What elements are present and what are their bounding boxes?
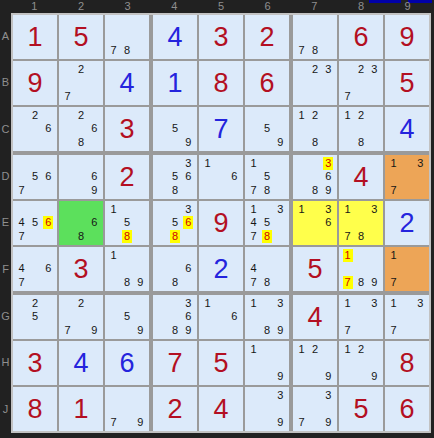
candidate-2[interactable]: 2	[312, 344, 318, 355]
candidate-slot-2	[354, 249, 367, 262]
candidate-1[interactable]: 1	[251, 298, 257, 309]
candidate-6[interactable]: 6	[45, 123, 51, 134]
candidate-1[interactable]: 1	[299, 344, 305, 355]
candidate-5[interactable]: 5	[264, 217, 270, 228]
candidate-slot-2	[74, 157, 87, 170]
given-digit: 5	[213, 350, 228, 377]
candidate-7-highlighted[interactable]: 7	[343, 276, 353, 289]
cell-H9[interactable]: 8	[385, 341, 429, 387]
candidate-6-highlighted[interactable]: 6	[183, 216, 193, 229]
candidate-3[interactable]: 3	[185, 298, 191, 309]
candidate-7[interactable]: 7	[251, 185, 257, 196]
candidate-slot-9: 9	[182, 136, 195, 149]
candidate-1[interactable]: 1	[251, 158, 257, 169]
candidate-7[interactable]: 7	[299, 417, 305, 428]
candidate-3[interactable]: 3	[417, 298, 423, 309]
cell-J1[interactable]: 8	[13, 387, 59, 431]
candidate-slot-7	[201, 324, 214, 337]
candidate-7[interactable]: 7	[391, 277, 397, 288]
candidate-slot-3	[88, 297, 101, 310]
candidate-slot-3	[134, 389, 147, 402]
candidate-7[interactable]: 7	[65, 325, 71, 336]
cell-E5[interactable]: 9	[199, 201, 245, 247]
candidate-slot-8: 8	[120, 230, 133, 243]
cell-F4[interactable]: 68	[153, 247, 199, 295]
candidate-1[interactable]: 1	[345, 298, 351, 309]
candidate-5[interactable]: 5	[124, 311, 130, 322]
cell-F8[interactable]: 1789	[339, 247, 385, 295]
candidate-slot-8: 8	[120, 44, 133, 57]
candidate-9[interactable]: 9	[185, 137, 191, 148]
candidate-slot-8	[28, 136, 41, 149]
cell-F3[interactable]: 189	[105, 247, 153, 295]
cell-F7[interactable]: 5	[293, 247, 339, 295]
candidate-slot-9	[228, 324, 241, 337]
candidate-slot-2	[120, 203, 133, 216]
candidate-4[interactable]: 4	[19, 263, 25, 274]
candidate-3[interactable]: 3	[277, 204, 283, 215]
candidate-slot-4	[341, 262, 354, 275]
candidate-8[interactable]: 8	[312, 137, 318, 148]
candidate-5[interactable]: 5	[172, 171, 178, 182]
candidate-slot-9	[274, 230, 287, 243]
cell-B4[interactable]: 1	[153, 61, 199, 107]
candidate-7[interactable]: 7	[391, 185, 397, 196]
cell-H3[interactable]: 6	[105, 341, 153, 387]
candidate-slot-5	[168, 310, 181, 323]
cell-A2[interactable]: 5	[59, 15, 105, 61]
candidate-3[interactable]: 3	[417, 158, 423, 169]
cell-H6[interactable]: 19	[245, 341, 293, 387]
cell-G6[interactable]: 1389	[245, 295, 293, 341]
candidate-8[interactable]: 8	[172, 185, 178, 196]
candidate-8-highlighted[interactable]: 8	[170, 230, 180, 243]
column-labels: 123456789	[11, 0, 431, 13]
candidate-slot-6	[274, 170, 287, 183]
solved-digit: 2	[399, 210, 414, 237]
candidate-8[interactable]: 8	[264, 277, 270, 288]
candidate-1[interactable]: 1	[345, 344, 351, 355]
candidate-8[interactable]: 8	[358, 231, 364, 242]
candidate-1[interactable]: 1	[205, 158, 211, 169]
candidate-3-highlighted[interactable]: 3	[323, 157, 333, 170]
cell-H7[interactable]: 129	[293, 341, 339, 387]
candidate-5[interactable]: 5	[264, 171, 270, 182]
candidate-slot-4	[247, 170, 260, 183]
cell-C4[interactable]: 59	[153, 107, 199, 155]
cell-A9[interactable]: 9	[385, 15, 429, 61]
candidate-slot-2	[260, 109, 273, 122]
cell-F9[interactable]: 17	[385, 247, 429, 295]
cell-J7[interactable]: 379	[293, 387, 339, 431]
candidate-slot-4: 4	[247, 216, 260, 229]
candidate-8[interactable]: 8	[264, 185, 270, 196]
candidate-grid: 16	[199, 295, 243, 339]
cell-H8[interactable]: 129	[339, 341, 385, 387]
candidate-slot-9: 9	[134, 324, 147, 337]
cell-C3[interactable]: 3	[105, 107, 153, 155]
cell-C8[interactable]: 128	[339, 107, 385, 155]
candidate-grid: 3689	[293, 155, 337, 199]
candidate-slot-8	[74, 184, 87, 197]
candidate-1[interactable]: 1	[391, 298, 397, 309]
cell-D5[interactable]: 16	[199, 155, 245, 201]
cell-E6[interactable]: 134578	[245, 201, 293, 247]
cell-E1[interactable]: 4567	[13, 201, 59, 247]
cell-D8[interactable]: 4	[339, 155, 385, 201]
candidate-grid: 68	[59, 201, 103, 245]
cell-A6[interactable]: 2	[245, 15, 293, 61]
cell-B8[interactable]: 237	[339, 61, 385, 107]
candidate-9[interactable]: 9	[185, 325, 191, 336]
cell-H1[interactable]: 3	[13, 341, 59, 387]
cell-A8[interactable]: 6	[339, 15, 385, 61]
candidate-3[interactable]: 3	[277, 298, 283, 309]
candidate-1[interactable]: 1	[251, 204, 257, 215]
candidate-grid: 237	[339, 61, 383, 105]
candidate-6[interactable]: 6	[91, 217, 97, 228]
cell-D6[interactable]: 1578	[245, 155, 293, 201]
cell-J2[interactable]: 1	[59, 387, 105, 431]
candidate-7[interactable]: 7	[391, 325, 397, 336]
candidate-slot-3	[368, 343, 381, 356]
cell-J9[interactable]: 6	[385, 387, 429, 431]
cell-B7[interactable]: 23	[293, 61, 339, 107]
candidate-4[interactable]: 4	[19, 217, 25, 228]
candidate-9[interactable]: 9	[277, 371, 283, 382]
cell-C6[interactable]: 59	[245, 107, 293, 155]
candidate-2[interactable]: 2	[358, 344, 364, 355]
candidate-3[interactable]: 3	[325, 390, 331, 401]
cell-G3[interactable]: 59	[105, 295, 153, 341]
cell-G2[interactable]: 279	[59, 295, 105, 341]
candidate-slot-4	[341, 310, 354, 323]
given-digit: 8	[399, 350, 414, 377]
candidate-9[interactable]: 9	[325, 417, 331, 428]
candidate-8[interactable]: 8	[312, 45, 318, 56]
candidate-slot-5	[260, 310, 273, 323]
candidate-slot-8	[308, 230, 321, 243]
candidate-grid: 3689	[153, 295, 197, 339]
cell-D2[interactable]: 69	[59, 155, 105, 201]
candidate-grid: 69	[59, 155, 103, 199]
candidate-2[interactable]: 2	[78, 110, 84, 121]
cell-F1[interactable]: 467	[13, 247, 59, 295]
candidate-grid: 23	[293, 61, 337, 105]
candidate-4[interactable]: 4	[251, 217, 257, 228]
given-digit: 3	[213, 24, 228, 51]
candidate-3[interactable]: 3	[325, 64, 331, 75]
candidate-1-highlighted[interactable]: 1	[343, 249, 353, 262]
candidate-slot-1	[15, 157, 28, 170]
candidate-8[interactable]: 8	[124, 277, 130, 288]
given-digit: 5	[399, 70, 414, 97]
candidate-slot-8	[120, 324, 133, 337]
candidate-8[interactable]: 8	[172, 325, 178, 336]
candidate-9[interactable]: 9	[277, 137, 283, 148]
candidate-slot-3	[134, 249, 147, 262]
candidate-slot-5	[168, 262, 181, 275]
candidate-1[interactable]: 1	[205, 298, 211, 309]
candidate-slot-6	[274, 356, 287, 369]
candidate-5[interactable]: 5	[124, 217, 130, 228]
candidate-slot-3: 3	[182, 203, 195, 216]
candidate-slot-7	[61, 184, 74, 197]
candidate-9[interactable]: 9	[91, 185, 97, 196]
candidate-8[interactable]: 8	[358, 277, 364, 288]
candidate-6[interactable]: 6	[45, 263, 51, 274]
candidate-7[interactable]: 7	[299, 45, 305, 56]
candidate-slot-1: 1	[295, 343, 308, 356]
candidate-8[interactable]: 8	[78, 137, 84, 148]
candidate-5[interactable]: 5	[32, 217, 38, 228]
candidate-3[interactable]: 3	[371, 204, 377, 215]
candidate-7[interactable]: 7	[65, 91, 71, 102]
cell-G9[interactable]: 137	[385, 295, 429, 341]
candidate-9[interactable]: 9	[137, 277, 143, 288]
candidate-slot-3: 3	[368, 203, 381, 216]
candidate-9[interactable]: 9	[325, 371, 331, 382]
candidate-7[interactable]: 7	[19, 277, 25, 288]
candidate-7[interactable]: 7	[251, 277, 257, 288]
cell-J4[interactable]: 2	[153, 387, 199, 431]
cell-D3[interactable]: 2	[105, 155, 153, 201]
cell-D7[interactable]: 3689	[293, 155, 339, 201]
given-digit: 8	[213, 70, 228, 97]
candidate-9[interactable]: 9	[277, 417, 283, 428]
candidate-slot-3: 3	[182, 157, 195, 170]
candidate-slot-7	[15, 324, 28, 337]
candidate-6[interactable]: 6	[325, 171, 331, 182]
candidate-slot-5: 5	[28, 216, 41, 229]
candidate-6[interactable]: 6	[325, 217, 331, 228]
candidate-7[interactable]: 7	[19, 231, 25, 242]
cell-B6[interactable]: 6	[245, 61, 293, 107]
cell-A3[interactable]: 78	[105, 15, 153, 61]
candidate-slot-5	[120, 262, 133, 275]
candidate-8[interactable]: 8	[124, 45, 130, 56]
cell-A7[interactable]: 78	[293, 15, 339, 61]
candidate-9[interactable]: 9	[371, 371, 377, 382]
candidate-6[interactable]: 6	[231, 311, 237, 322]
candidate-slot-5	[400, 310, 413, 323]
candidate-2[interactable]: 2	[358, 64, 364, 75]
sudoku-board: 1578432786992741862323752626835975912812…	[11, 13, 431, 433]
cell-H4[interactable]: 7	[153, 341, 199, 387]
candidate-6[interactable]: 6	[91, 171, 97, 182]
candidate-5[interactable]: 5	[264, 123, 270, 134]
candidate-9[interactable]: 9	[371, 277, 377, 288]
candidate-4[interactable]: 4	[251, 263, 257, 274]
candidate-6[interactable]: 6	[185, 311, 191, 322]
cell-E9[interactable]: 2	[385, 201, 429, 247]
candidate-slot-3	[42, 249, 55, 262]
candidate-1[interactable]: 1	[299, 110, 305, 121]
candidate-slot-2	[28, 249, 41, 262]
candidate-8[interactable]: 8	[78, 231, 84, 242]
cell-G8[interactable]: 137	[339, 295, 385, 341]
candidate-6[interactable]: 6	[45, 171, 51, 182]
cell-G5[interactable]: 16	[199, 295, 245, 341]
candidate-2[interactable]: 2	[312, 64, 318, 75]
candidate-2[interactable]: 2	[78, 64, 84, 75]
cell-A1[interactable]: 1	[13, 15, 59, 61]
cell-J5[interactable]: 4	[199, 387, 245, 431]
cell-J3[interactable]: 79	[105, 387, 153, 431]
candidate-2[interactable]: 2	[312, 110, 318, 121]
candidate-7[interactable]: 7	[111, 417, 117, 428]
cell-J6[interactable]: 39	[245, 387, 293, 431]
candidate-7[interactable]: 7	[19, 185, 25, 196]
cell-B1[interactable]: 9	[13, 61, 59, 107]
candidate-8[interactable]: 8	[312, 185, 318, 196]
candidate-6[interactable]: 6	[231, 171, 237, 182]
cell-C1[interactable]: 26	[13, 107, 59, 155]
candidate-slot-7: 7	[15, 276, 28, 289]
given-digit: 1	[73, 396, 88, 423]
candidate-9[interactable]: 9	[277, 325, 283, 336]
cell-F6[interactable]: 478	[245, 247, 293, 295]
candidate-6[interactable]: 6	[185, 263, 191, 274]
candidate-slot-6	[274, 122, 287, 135]
candidate-slot-9	[42, 136, 55, 149]
candidate-5[interactable]: 5	[32, 171, 38, 182]
cell-B3[interactable]: 4	[105, 61, 153, 107]
candidate-1[interactable]: 1	[391, 250, 397, 261]
candidate-9[interactable]: 9	[137, 325, 143, 336]
cell-C5[interactable]: 7	[199, 107, 245, 155]
candidate-7[interactable]: 7	[111, 45, 117, 56]
candidate-6[interactable]: 6	[185, 171, 191, 182]
candidate-slot-1	[61, 203, 74, 216]
candidate-grid: 1389	[245, 295, 289, 339]
candidate-2[interactable]: 2	[358, 110, 364, 121]
cell-B9[interactable]: 5	[385, 61, 429, 107]
candidate-slot-8	[120, 416, 133, 429]
candidate-slot-9: 9	[322, 184, 335, 197]
cell-E8[interactable]: 1378	[339, 201, 385, 247]
candidate-slot-8	[168, 136, 181, 149]
cell-F2[interactable]: 3	[59, 247, 105, 295]
candidate-3[interactable]: 3	[185, 158, 191, 169]
cell-B2[interactable]: 27	[59, 61, 105, 107]
candidate-3[interactable]: 3	[325, 204, 331, 215]
candidate-8[interactable]: 8	[264, 325, 270, 336]
candidate-1[interactable]: 1	[345, 110, 351, 121]
candidate-5[interactable]: 5	[172, 217, 178, 228]
candidate-3[interactable]: 3	[371, 298, 377, 309]
candidate-2[interactable]: 2	[32, 298, 38, 309]
candidate-3[interactable]: 3	[185, 204, 191, 215]
candidate-5[interactable]: 5	[172, 123, 178, 134]
candidate-1[interactable]: 1	[345, 204, 351, 215]
candidate-1[interactable]: 1	[111, 204, 117, 215]
candidate-8-highlighted[interactable]: 8	[262, 230, 272, 243]
cell-E2[interactable]: 68	[59, 201, 105, 247]
candidate-slot-1	[61, 297, 74, 310]
cell-E7[interactable]: 136	[293, 201, 339, 247]
candidate-slot-5: 5	[28, 310, 41, 323]
candidate-slot-4	[295, 122, 308, 135]
candidate-slot-7	[155, 276, 168, 289]
candidate-5[interactable]: 5	[32, 311, 38, 322]
cell-H5[interactable]: 5	[199, 341, 245, 387]
candidate-6[interactable]: 6	[91, 123, 97, 134]
cell-G1[interactable]: 25	[13, 295, 59, 341]
cell-D9[interactable]: 137	[385, 155, 429, 201]
candidate-2[interactable]: 2	[78, 298, 84, 309]
candidate-slot-1: 1	[201, 297, 214, 310]
candidate-7[interactable]: 7	[345, 91, 351, 102]
candidate-8[interactable]: 8	[172, 277, 178, 288]
cell-A4[interactable]: 4	[153, 15, 199, 61]
candidate-1[interactable]: 1	[111, 250, 117, 261]
candidate-3[interactable]: 3	[371, 64, 377, 75]
cell-G4[interactable]: 3689	[153, 295, 199, 341]
candidate-1[interactable]: 1	[299, 204, 305, 215]
cell-F5[interactable]: 2	[199, 247, 245, 295]
cell-D4[interactable]: 3568	[153, 155, 199, 201]
candidate-grid: 16	[199, 155, 243, 199]
solved-digit: 6	[119, 350, 134, 377]
candidate-slot-5	[308, 402, 321, 415]
col-label-7: 7	[291, 0, 338, 13]
candidate-slot-4	[107, 262, 120, 275]
candidate-7[interactable]: 7	[345, 231, 351, 242]
candidate-slot-1	[341, 63, 354, 76]
candidate-slot-4	[295, 76, 308, 89]
candidate-7[interactable]: 7	[251, 231, 257, 242]
cell-C7[interactable]: 128	[293, 107, 339, 155]
cell-C9[interactable]: 4	[385, 107, 429, 155]
candidate-6-highlighted[interactable]: 6	[43, 216, 53, 229]
candidate-1[interactable]: 1	[251, 344, 257, 355]
cell-J8[interactable]: 5	[339, 387, 385, 431]
candidate-2[interactable]: 2	[32, 110, 38, 121]
candidate-9[interactable]: 9	[91, 325, 97, 336]
candidate-9[interactable]: 9	[137, 417, 143, 428]
candidate-3[interactable]: 3	[277, 390, 283, 401]
cell-D1[interactable]: 567	[13, 155, 59, 201]
cell-H2[interactable]: 4	[59, 341, 105, 387]
cell-C2[interactable]: 268	[59, 107, 105, 155]
candidate-slot-4	[341, 122, 354, 135]
candidate-grid: 268	[59, 107, 103, 151]
candidate-slot-1: 1	[295, 109, 308, 122]
candidate-9[interactable]: 9	[325, 185, 331, 196]
candidate-grid: 59	[245, 107, 289, 151]
candidate-slot-3	[134, 297, 147, 310]
candidate-8[interactable]: 8	[358, 137, 364, 148]
candidate-slot-5: 5	[260, 216, 273, 229]
candidate-grid: 1578	[245, 155, 289, 199]
cell-E4[interactable]: 3568	[153, 201, 199, 247]
candidate-slot-1: 1	[341, 249, 354, 262]
candidate-slot-9: 9	[274, 324, 287, 337]
cell-G7[interactable]: 4	[293, 295, 339, 341]
candidate-grid: 78	[105, 15, 149, 59]
cell-E3[interactable]: 158	[105, 201, 153, 247]
cell-A5[interactable]: 3	[199, 15, 245, 61]
candidate-slot-1: 1	[341, 297, 354, 310]
candidate-slot-9	[368, 136, 381, 149]
candidate-8-highlighted[interactable]: 8	[122, 230, 132, 243]
candidate-slot-3: 3	[322, 157, 335, 170]
candidate-slot-2	[354, 297, 367, 310]
cell-B5[interactable]: 8	[199, 61, 245, 107]
candidate-1[interactable]: 1	[391, 158, 397, 169]
candidate-7[interactable]: 7	[345, 325, 351, 336]
